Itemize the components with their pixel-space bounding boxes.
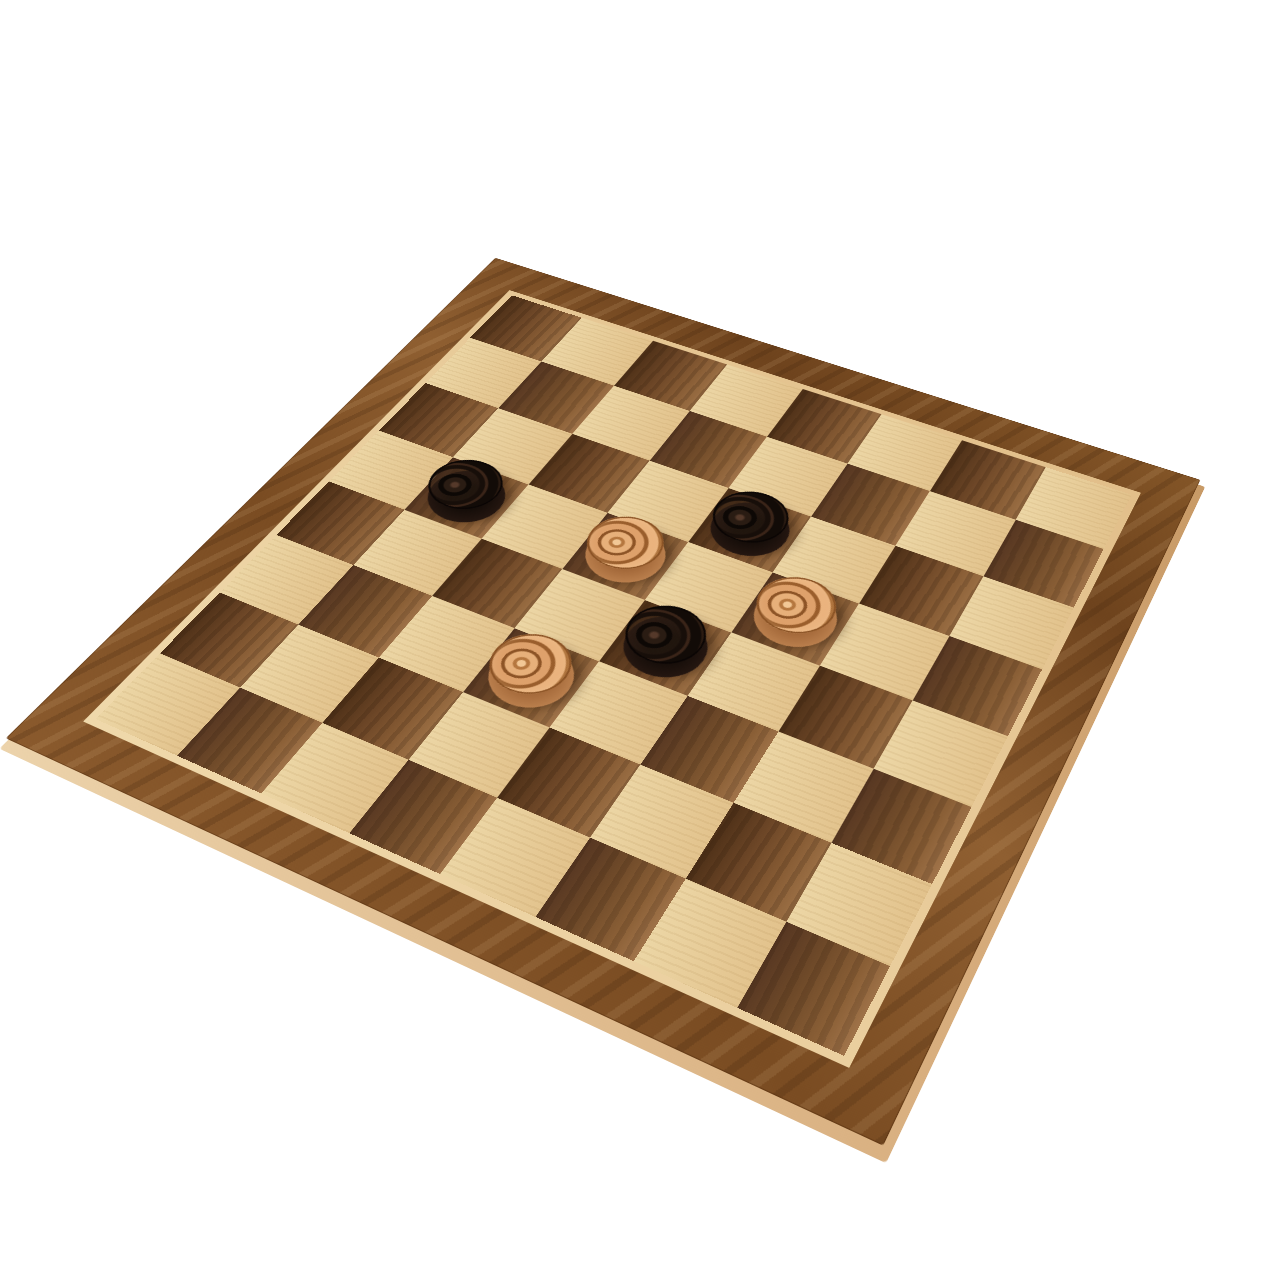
board-scene <box>0 0 1274 1274</box>
checkers-board <box>6 258 1201 1146</box>
photo-background <box>0 0 1274 1274</box>
